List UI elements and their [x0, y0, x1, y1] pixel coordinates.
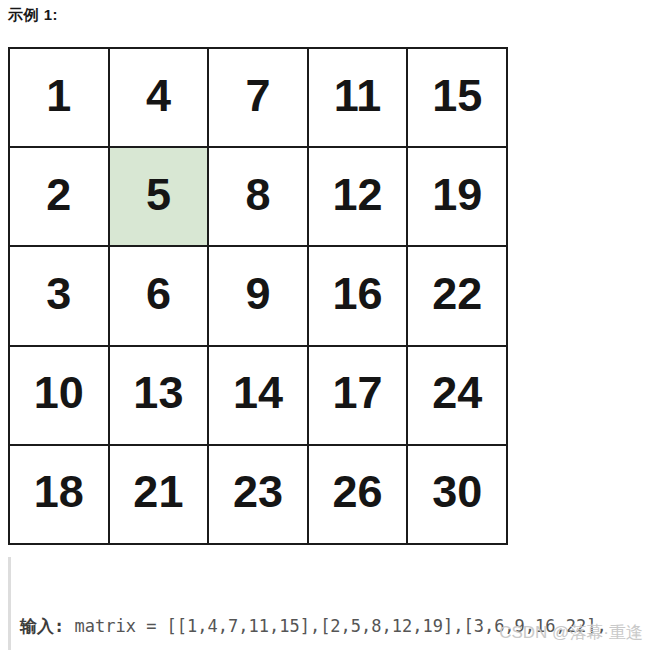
matrix-cell: 3 — [10, 247, 108, 344]
matrix-cell: 17 — [309, 347, 407, 444]
matrix-cell: 2 — [10, 148, 108, 245]
matrix-cell: 16 — [309, 247, 407, 344]
matrix-cell: 7 — [209, 49, 307, 146]
csdn-watermark: CSDN @落幕·重逢 — [499, 621, 643, 644]
matrix-cell: 10 — [10, 347, 108, 444]
matrix-cell: 22 — [408, 247, 506, 344]
matrix-cell: 15 — [408, 49, 506, 146]
matrix-cell: 21 — [110, 446, 208, 543]
matrix-cell: 12 — [309, 148, 407, 245]
matrix-cell: 4 — [110, 49, 208, 146]
matrix-cell: 14 — [209, 347, 307, 444]
matrix-cell: 11 — [309, 49, 407, 146]
input-label: 输入: — [20, 616, 64, 636]
matrix-cell: 30 — [408, 446, 506, 543]
matrix-board: 1 4 7 11 15 2 5 8 12 19 3 6 9 16 22 10 1… — [8, 47, 508, 545]
matrix-cell: 6 — [110, 247, 208, 344]
matrix-cell: 8 — [209, 148, 307, 245]
matrix-cell: 24 — [408, 347, 506, 444]
matrix-cell: 26 — [309, 446, 407, 543]
matrix-cell: 1 — [10, 49, 108, 146]
matrix-cell: 9 — [209, 247, 307, 344]
matrix-cell-highlighted: 5 — [110, 148, 208, 245]
matrix-cell: 19 — [408, 148, 506, 245]
matrix-cell: 18 — [10, 446, 108, 543]
example-title: 示例 1: — [8, 6, 58, 25]
matrix-cell: 23 — [209, 446, 307, 543]
matrix-cell: 13 — [110, 347, 208, 444]
